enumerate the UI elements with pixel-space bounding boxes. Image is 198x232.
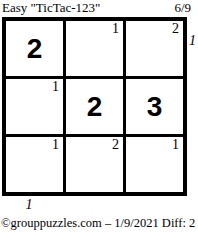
cell-r2c1[interactable]: 1 [6,79,63,134]
cell-r1c3[interactable]: 2 [126,21,183,76]
column-marker-bottom: 1 [21,197,37,213]
cell-r2c2[interactable]: 2 [66,79,123,134]
cell-value: 3 [126,79,183,134]
cell-value: 2 [6,21,63,76]
puzzle-header: Easy "TicTac-123" 6/9 [2,0,191,16]
row-marker-right: 1 [187,33,198,49]
cell-value: 2 [66,79,123,134]
copyright-line: ©grouppuzzles.com – 1/9/2021 Diff: 2 / 4… [1,216,198,231]
cell-r3c2[interactable]: 2 [66,137,123,192]
cell-r3c3[interactable]: 1 [126,137,183,192]
cell-r1c2[interactable]: 1 [66,21,123,76]
cell-r3c1[interactable]: 1 [6,137,63,192]
puzzle-board: 2 1 2 1 2 3 1 2 1 [2,17,187,196]
cell-value [126,137,183,192]
cell-value [6,137,63,192]
puzzle-counter: 6/9 [174,0,191,16]
puzzle-title: Easy "TicTac-123" [2,0,100,16]
cell-value [66,21,123,76]
cell-value [126,21,183,76]
cell-value [66,137,123,192]
cell-value [6,79,63,134]
puzzle-page: Easy "TicTac-123" 6/9 2 1 2 1 2 3 1 [0,0,198,232]
cell-r2c3[interactable]: 3 [126,79,183,134]
cell-r1c1[interactable]: 2 [6,21,63,76]
